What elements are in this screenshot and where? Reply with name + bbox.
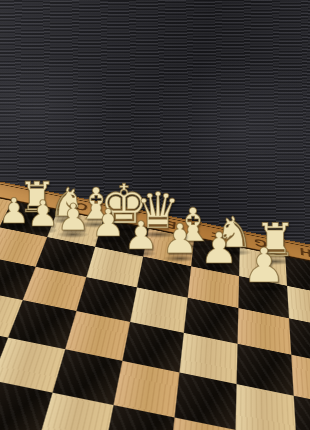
- chess-piece-pawn: ♟: [198, 227, 241, 270]
- pieces-layer: ♜♞♝♚♛♝♞♜♟♟♟♟♟♟♟♟: [0, 0, 310, 430]
- chess-piece-pawn: ♟: [240, 242, 288, 290]
- chess-piece-pawn: ♟: [122, 216, 161, 255]
- chess-piece-pawn: ♟: [160, 219, 201, 260]
- chess-piece-pawn: ♟: [55, 199, 92, 236]
